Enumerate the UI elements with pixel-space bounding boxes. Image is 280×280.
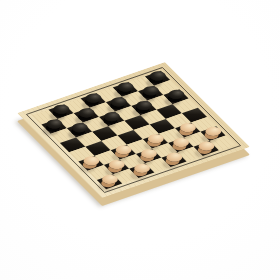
checkers-board (17, 62, 250, 198)
checker-black-man[interactable] (147, 69, 169, 82)
product-photo-scene (0, 0, 280, 280)
board-grid (32, 71, 235, 189)
